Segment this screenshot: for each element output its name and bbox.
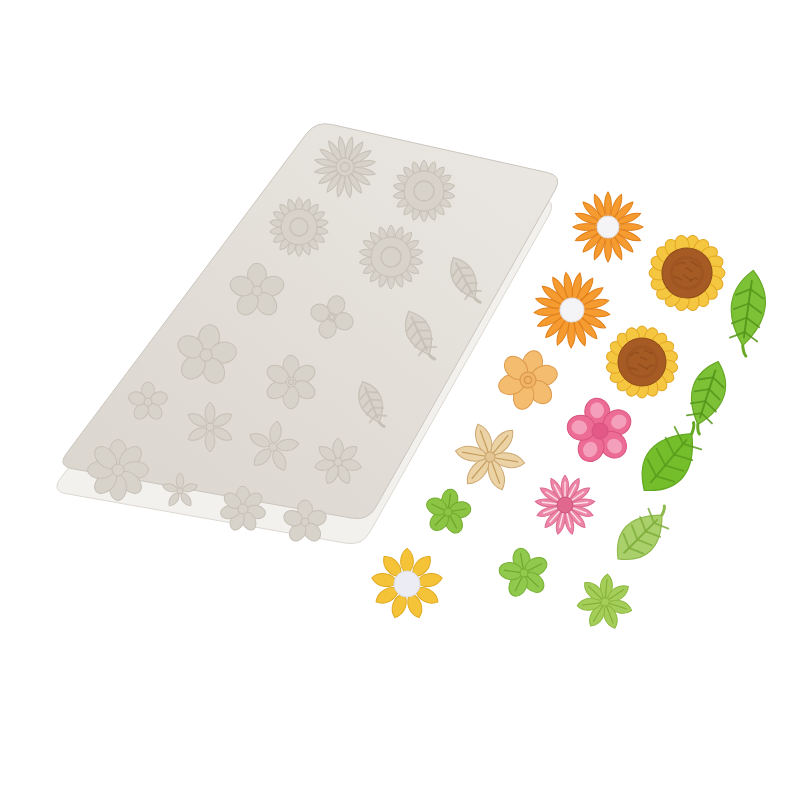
mold-cavity-16-flower bbox=[88, 440, 149, 501]
product-photo bbox=[0, 0, 800, 800]
scene-svg bbox=[0, 0, 800, 800]
piece-daisy-orange-1 bbox=[573, 192, 644, 263]
